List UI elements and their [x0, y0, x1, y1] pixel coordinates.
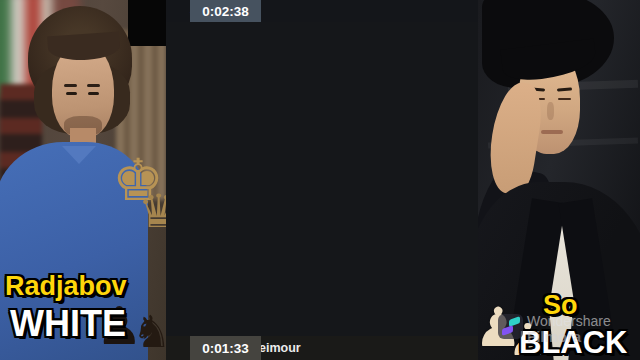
watermark-product: Filmora [527, 328, 581, 345]
video-frame: ♚ ♛ ♟ ♞ Radjabov WHITE GM So, Wesley 281… [0, 0, 640, 360]
photo-white-player: ♚ ♛ ♟ ♞ Radjabov WHITE [0, 0, 166, 360]
photo-black-player: ♟ ♟ So BLACK Wondershare Filmora [478, 0, 640, 360]
mouth [541, 130, 563, 134]
top-player-clock: 0:02:38 [190, 0, 261, 22]
filmora-watermark: Wondershare Filmora [498, 310, 638, 350]
eyebrow [87, 84, 100, 87]
logo-chevron-purple [502, 325, 513, 336]
watermark-brand: Wondershare [527, 313, 611, 329]
chess-board: ♜♞♜♚8♛♟♟7♟♟♝♞6♞♟♟5♝4♟♟♞3♟♝♛♝♟♟2♟abc♜def♜… [166, 22, 478, 336]
eye [66, 92, 77, 95]
bottom-player-clock: 0:01:33 [190, 336, 261, 360]
filmora-logo-icon [498, 314, 523, 339]
nose-shadow [547, 102, 554, 120]
dark-corner [128, 0, 166, 46]
game-panel: GM So, Wesley 2814 0:02:38 ♜♞♜♚8♛♟♟7♟♟♝♞… [166, 0, 478, 360]
eye [558, 98, 571, 100]
decorative-chess-piece: ♞ [132, 306, 166, 357]
bottom-player-bar: GM Radjabov, Teimour 2705 0:01:33 [166, 336, 478, 360]
decorative-chess-piece: ♛ [138, 184, 166, 238]
eyebrow [64, 84, 77, 87]
white-side-label: WHITE [10, 303, 126, 345]
white-player-name-overlay: Radjabov [5, 271, 127, 302]
eye [88, 92, 99, 95]
top-player-bar: GM So, Wesley 2814 0:02:38 [166, 0, 478, 22]
